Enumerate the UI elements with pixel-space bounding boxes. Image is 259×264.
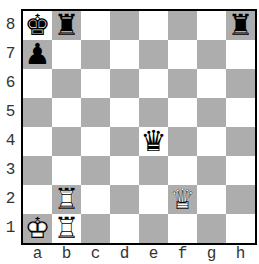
square-a2 xyxy=(23,185,52,214)
square-g7 xyxy=(197,40,226,69)
square-b5 xyxy=(52,98,81,127)
square-b6 xyxy=(52,69,81,98)
black-rook-icon: ♜ xyxy=(52,11,81,40)
square-g5 xyxy=(197,98,226,127)
square-a1: ♚♔ xyxy=(23,214,52,243)
square-h5 xyxy=(226,98,255,127)
piece-white-rook: ♜♖ xyxy=(52,214,81,243)
chess-board: ♚♜♜♟♛♜♖♛♕♚♔♜♖ xyxy=(21,9,257,245)
square-d5 xyxy=(110,98,139,127)
file-label-h: h xyxy=(226,245,255,263)
square-h2 xyxy=(226,185,255,214)
file-labels: abcdefgh xyxy=(23,245,255,263)
square-b7 xyxy=(52,40,81,69)
square-b4 xyxy=(52,127,81,156)
square-c2 xyxy=(81,185,110,214)
square-d6 xyxy=(110,69,139,98)
file-label-c: c xyxy=(81,245,110,263)
square-a8: ♚ xyxy=(23,11,52,40)
square-a7: ♟ xyxy=(23,40,52,69)
square-c6 xyxy=(81,69,110,98)
piece-white-king: ♚♔ xyxy=(23,214,52,243)
square-f7 xyxy=(168,40,197,69)
file-label-b: b xyxy=(52,245,81,263)
square-e3 xyxy=(139,156,168,185)
square-h8: ♜ xyxy=(226,11,255,40)
rank-labels: 87654321 xyxy=(0,11,21,243)
square-h6 xyxy=(226,69,255,98)
black-queen-icon: ♛ xyxy=(139,127,168,156)
square-c5 xyxy=(81,98,110,127)
square-d7 xyxy=(110,40,139,69)
square-d4 xyxy=(110,127,139,156)
white-king-icon: ♔ xyxy=(23,214,52,243)
rank-label-3: 3 xyxy=(0,156,21,185)
square-e6 xyxy=(139,69,168,98)
square-g3 xyxy=(197,156,226,185)
square-a6 xyxy=(23,69,52,98)
square-e5 xyxy=(139,98,168,127)
square-d1 xyxy=(110,214,139,243)
square-g1 xyxy=(197,214,226,243)
black-rook-icon: ♜ xyxy=(226,11,255,40)
square-f6 xyxy=(168,69,197,98)
rank-label-6: 6 xyxy=(0,69,21,98)
black-pawn-icon: ♟ xyxy=(23,40,52,69)
square-h1 xyxy=(226,214,255,243)
square-g8 xyxy=(197,11,226,40)
square-h7 xyxy=(226,40,255,69)
file-label-a: a xyxy=(23,245,52,263)
piece-black-rook: ♜ xyxy=(226,11,255,40)
square-d8 xyxy=(110,11,139,40)
piece-black-king: ♚ xyxy=(23,11,52,40)
square-d3 xyxy=(110,156,139,185)
piece-white-queen: ♛♕ xyxy=(168,185,197,214)
square-c4 xyxy=(81,127,110,156)
file-label-f: f xyxy=(168,245,197,263)
piece-black-rook: ♜ xyxy=(52,11,81,40)
rank-label-5: 5 xyxy=(0,98,21,127)
rank-label-8: 8 xyxy=(0,11,21,40)
square-b1: ♜♖ xyxy=(52,214,81,243)
file-label-e: e xyxy=(139,245,168,263)
rank-label-2: 2 xyxy=(0,185,21,214)
square-e4: ♛ xyxy=(139,127,168,156)
square-c7 xyxy=(81,40,110,69)
square-g4 xyxy=(197,127,226,156)
file-label-d: d xyxy=(110,245,139,263)
piece-black-pawn: ♟ xyxy=(23,40,52,69)
square-h4 xyxy=(226,127,255,156)
square-c8 xyxy=(81,11,110,40)
square-h3 xyxy=(226,156,255,185)
white-queen-icon: ♕ xyxy=(168,185,197,214)
square-e1 xyxy=(139,214,168,243)
square-c1 xyxy=(81,214,110,243)
square-e2 xyxy=(139,185,168,214)
piece-white-rook: ♜♖ xyxy=(52,185,81,214)
square-c3 xyxy=(81,156,110,185)
square-a3 xyxy=(23,156,52,185)
square-f1 xyxy=(168,214,197,243)
square-f5 xyxy=(168,98,197,127)
square-b2: ♜♖ xyxy=(52,185,81,214)
square-f4 xyxy=(168,127,197,156)
square-a5 xyxy=(23,98,52,127)
square-d2 xyxy=(110,185,139,214)
black-king-icon: ♚ xyxy=(23,11,52,40)
rank-label-4: 4 xyxy=(0,127,21,156)
square-a4 xyxy=(23,127,52,156)
chess-diagram: 87654321 ♚♜♜♟♛♜♖♛♕♚♔♜♖ abcdefgh xyxy=(0,0,259,264)
square-g6 xyxy=(197,69,226,98)
square-b8: ♜ xyxy=(52,11,81,40)
square-f2: ♛♕ xyxy=(168,185,197,214)
square-b3 xyxy=(52,156,81,185)
rank-label-1: 1 xyxy=(0,214,21,243)
square-e8 xyxy=(139,11,168,40)
square-f3 xyxy=(168,156,197,185)
piece-black-queen: ♛ xyxy=(139,127,168,156)
rank-label-7: 7 xyxy=(0,40,21,69)
square-g2 xyxy=(197,185,226,214)
white-rook-icon: ♖ xyxy=(52,214,81,243)
file-label-g: g xyxy=(197,245,226,263)
white-rook-icon: ♖ xyxy=(52,185,81,214)
square-e7 xyxy=(139,40,168,69)
square-f8 xyxy=(168,11,197,40)
